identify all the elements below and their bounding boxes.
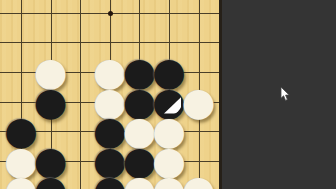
stone-glyph: ● [34,175,68,189]
side-panel [222,0,336,189]
arrow-cursor-icon [280,87,291,102]
stone-glyph: ● [34,87,68,117]
black-stone: ● [36,87,66,117]
stone-glyph: ● [182,87,216,117]
grid-line-horizontal [0,42,219,43]
black-stone: ● [95,175,125,189]
app-window: ●●●●●●●●●●●●●●●●●●●●●●●● [0,0,336,189]
white-stone: ● [184,175,214,189]
white-stone: ● [154,175,184,189]
go-board[interactable]: ●●●●●●●●●●●●●●●●●●●●●●●● [0,0,222,189]
white-stone: ● [124,175,154,189]
black-stone: ● [36,175,66,189]
star-point [108,11,113,16]
white-stone: ● [6,175,36,189]
white-stone: ● [184,87,214,117]
stone-glyph: ● [182,175,216,189]
